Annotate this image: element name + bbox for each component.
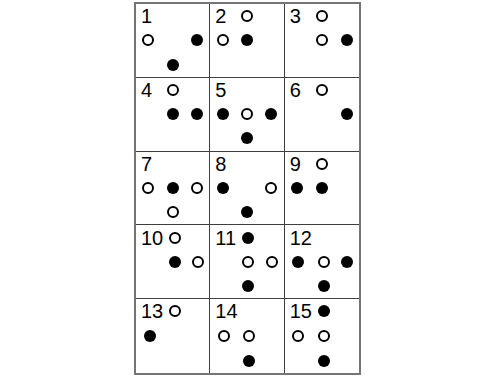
dot-slot: [335, 250, 359, 274]
number-slot: 10: [136, 225, 163, 249]
empty-slot: [334, 152, 359, 176]
filled-dot: [265, 108, 277, 120]
puzzle-cell-11: 11: [210, 225, 284, 299]
dot-slot: [334, 102, 359, 126]
empty-slot: [136, 200, 160, 224]
cell-number: 6: [290, 80, 301, 100]
dot-slot: [312, 348, 336, 373]
dot-slot: [312, 250, 336, 274]
open-dot: [191, 182, 203, 194]
empty-slot: [163, 274, 186, 298]
empty-slot: [163, 324, 186, 349]
dot-slot: [235, 200, 259, 224]
dot-slot: [136, 324, 163, 349]
empty-slot: [185, 53, 209, 77]
open-dot: [316, 34, 328, 46]
dot-slot: [235, 102, 259, 126]
empty-slot: [285, 102, 310, 126]
open-dot: [318, 256, 330, 268]
empty-slot: [259, 200, 283, 224]
cell-number: 2: [215, 6, 226, 26]
filled-dot: [242, 232, 254, 244]
dot-slot: [309, 176, 334, 200]
dot-slot: [285, 324, 312, 349]
filled-dot: [191, 108, 203, 120]
empty-slot: [309, 102, 334, 126]
empty-slot: [285, 348, 312, 373]
empty-slot: [334, 53, 359, 77]
filled-dot: [167, 59, 179, 71]
dot-slot: [160, 53, 184, 77]
empty-slot: [136, 126, 160, 150]
filled-dot: [241, 34, 253, 46]
dot-slot: [185, 102, 209, 126]
filled-dot: [318, 355, 330, 367]
empty-slot: [334, 200, 359, 224]
dot-slot: [312, 299, 336, 324]
dot-slot: [235, 126, 259, 150]
empty-slot: [235, 78, 259, 102]
open-dot: [167, 206, 179, 218]
dot-slot: [312, 324, 336, 349]
open-dot: [241, 108, 253, 120]
number-slot: 9: [285, 152, 310, 176]
empty-slot: [136, 348, 163, 373]
open-dot: [266, 256, 278, 268]
empty-slot: [160, 28, 184, 52]
empty-slot: [185, 152, 209, 176]
empty-slot: [136, 53, 160, 77]
empty-slot: [160, 152, 184, 176]
open-dot: [241, 10, 253, 22]
empty-slot: [235, 152, 259, 176]
cell-number: 7: [141, 154, 152, 174]
puzzle-cell-2: 2: [210, 4, 284, 78]
dot-slot: [309, 152, 334, 176]
empty-slot: [185, 4, 209, 28]
puzzle-cell-13: 13: [136, 299, 210, 373]
empty-slot: [235, 53, 259, 77]
empty-slot: [163, 348, 186, 373]
empty-slot: [210, 348, 237, 373]
cell-number: 8: [215, 154, 226, 174]
empty-slot: [285, 53, 310, 77]
empty-slot: [309, 53, 334, 77]
open-dot: [169, 232, 181, 244]
dot-slot: [163, 299, 186, 324]
puzzle-cell-15: 15: [285, 299, 359, 373]
number-slot: 12: [285, 225, 312, 249]
cell-number: 10: [141, 228, 163, 248]
filled-dot: [167, 108, 179, 120]
filled-dot: [341, 108, 353, 120]
filled-dot: [144, 330, 156, 342]
empty-slot: [185, 200, 209, 224]
open-dot: [169, 305, 181, 317]
dot-slot: [334, 28, 359, 52]
empty-slot: [259, 152, 283, 176]
open-dot: [265, 182, 277, 194]
empty-slot: [260, 225, 284, 249]
number-slot: 2: [210, 4, 234, 28]
empty-slot: [136, 250, 163, 274]
open-dot: [167, 84, 179, 96]
dot-slot: [210, 324, 237, 349]
empty-slot: [261, 348, 284, 373]
puzzle-cell-4: 4: [136, 78, 210, 152]
empty-slot: [261, 299, 284, 324]
empty-slot: [259, 78, 283, 102]
dot-slot: [210, 28, 234, 52]
number-slot: 8: [210, 152, 234, 176]
cell-number: 4: [141, 80, 152, 100]
dot-slot: [259, 102, 283, 126]
cell-number: 1: [141, 6, 152, 26]
dot-slot: [210, 102, 234, 126]
dot-slot: [185, 28, 209, 52]
empty-slot: [238, 299, 261, 324]
dot-slot: [309, 4, 334, 28]
empty-slot: [335, 348, 359, 373]
empty-slot: [335, 225, 359, 249]
filled-dot: [341, 34, 353, 46]
empty-slot: [160, 4, 184, 28]
dot-slot: [163, 225, 186, 249]
empty-slot: [186, 348, 209, 373]
puzzle-board: 123456789101112131415: [134, 2, 361, 375]
open-dot: [242, 256, 254, 268]
empty-slot: [186, 225, 209, 249]
empty-slot: [285, 274, 312, 298]
dot-slot: [210, 176, 234, 200]
filled-dot: [191, 34, 203, 46]
number-slot: 3: [285, 4, 310, 28]
dot-slot: [136, 176, 160, 200]
dot-slot: [160, 102, 184, 126]
dot-slot: [285, 250, 312, 274]
empty-slot: [259, 28, 283, 52]
open-dot: [142, 34, 154, 46]
empty-slot: [186, 274, 209, 298]
filled-dot: [217, 108, 229, 120]
number-slot: 11: [210, 225, 236, 249]
empty-slot: [210, 250, 236, 274]
filled-dot: [243, 355, 255, 367]
empty-slot: [260, 274, 284, 298]
puzzle-cell-10: 10: [136, 225, 210, 299]
dot-slot: [309, 78, 334, 102]
cell-number: 12: [290, 228, 312, 248]
empty-slot: [210, 53, 234, 77]
empty-slot: [335, 299, 359, 324]
empty-slot: [185, 126, 209, 150]
empty-slot: [312, 225, 336, 249]
empty-slot: [285, 28, 310, 52]
puzzle-cell-5: 5: [210, 78, 284, 152]
puzzle-cell-9: 9: [285, 152, 359, 226]
filled-dot: [291, 182, 303, 194]
dot-slot: [160, 78, 184, 102]
empty-slot: [334, 126, 359, 150]
number-slot: 1: [136, 4, 160, 28]
open-dot: [316, 84, 328, 96]
dot-slot: [236, 250, 260, 274]
empty-slot: [185, 78, 209, 102]
dot-slot: [236, 274, 260, 298]
puzzle-cell-6: 6: [285, 78, 359, 152]
open-dot: [316, 10, 328, 22]
cell-number: 13: [141, 301, 163, 321]
dot-slot: [238, 348, 261, 373]
dot-slot: [235, 4, 259, 28]
dot-slot: [236, 225, 260, 249]
dot-slot: [160, 176, 184, 200]
empty-slot: [259, 53, 283, 77]
number-slot: 15: [285, 299, 312, 324]
open-dot: [316, 158, 328, 170]
empty-slot: [210, 274, 236, 298]
filled-dot: [167, 182, 179, 194]
empty-slot: [259, 126, 283, 150]
dot-slot: [235, 28, 259, 52]
cell-number: 5: [215, 80, 226, 100]
empty-slot: [259, 4, 283, 28]
empty-slot: [261, 324, 284, 349]
number-slot: 6: [285, 78, 310, 102]
empty-slot: [235, 176, 259, 200]
empty-slot: [285, 126, 310, 150]
filled-dot: [241, 132, 253, 144]
cell-number: 14: [215, 301, 237, 321]
open-dot: [192, 256, 204, 268]
filled-dot: [318, 305, 330, 317]
number-slot: 7: [136, 152, 160, 176]
dot-slot: [163, 250, 186, 274]
filled-dot: [169, 256, 181, 268]
cell-number: 15: [290, 301, 312, 321]
filled-dot: [318, 280, 330, 292]
cell-number: 11: [215, 228, 236, 248]
empty-slot: [210, 200, 234, 224]
filled-dot: [217, 182, 229, 194]
empty-slot: [309, 200, 334, 224]
number-slot: 5: [210, 78, 234, 102]
dot-slot: [285, 176, 310, 200]
dot-slot: [259, 176, 283, 200]
dot-slot: [238, 324, 261, 349]
number-slot: 4: [136, 78, 160, 102]
puzzle-cell-7: 7: [136, 152, 210, 226]
dot-slot: [260, 250, 284, 274]
cell-number: 9: [290, 154, 301, 174]
filled-dot: [242, 280, 254, 292]
empty-slot: [285, 200, 310, 224]
open-dot: [318, 330, 330, 342]
empty-slot: [136, 274, 163, 298]
open-dot: [243, 330, 255, 342]
dot-slot: [160, 200, 184, 224]
puzzle-cell-12: 12: [285, 225, 359, 299]
open-dot: [217, 34, 229, 46]
filled-dot: [292, 256, 304, 268]
filled-dot: [241, 206, 253, 218]
empty-slot: [136, 102, 160, 126]
empty-slot: [186, 324, 209, 349]
empty-slot: [160, 126, 184, 150]
empty-slot: [335, 274, 359, 298]
dot-slot: [185, 176, 209, 200]
puzzle-cell-1: 1: [136, 4, 210, 78]
cell-number: 3: [290, 6, 301, 26]
puzzle-cell-14: 14: [210, 299, 284, 373]
empty-slot: [186, 299, 209, 324]
filled-dot: [316, 182, 328, 194]
empty-slot: [334, 176, 359, 200]
puzzle-cell-3: 3: [285, 4, 359, 78]
open-dot: [142, 182, 154, 194]
dot-slot: [136, 28, 160, 52]
empty-slot: [210, 126, 234, 150]
empty-slot: [334, 78, 359, 102]
open-dot: [292, 330, 304, 342]
dot-slot: [186, 250, 209, 274]
empty-slot: [334, 4, 359, 28]
number-slot: 14: [210, 299, 237, 324]
empty-slot: [309, 126, 334, 150]
puzzle-cell-8: 8: [210, 152, 284, 226]
dot-slot: [309, 28, 334, 52]
empty-slot: [335, 324, 359, 349]
dot-slot: [312, 274, 336, 298]
filled-dot: [341, 256, 353, 268]
open-dot: [218, 330, 230, 342]
number-slot: 13: [136, 299, 163, 324]
